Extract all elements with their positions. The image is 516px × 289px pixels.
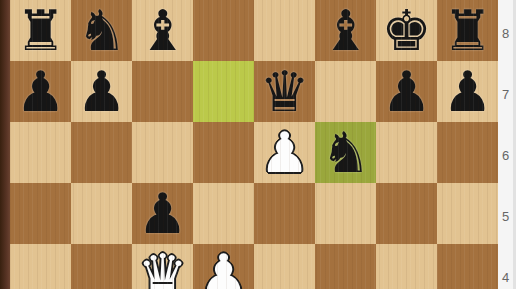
piece-black-knight[interactable]: ♞ bbox=[71, 0, 132, 61]
square-e8[interactable] bbox=[254, 0, 315, 61]
square-f5[interactable] bbox=[315, 183, 376, 244]
piece-black-pawn[interactable]: ♟ bbox=[10, 61, 71, 122]
square-d7[interactable] bbox=[193, 61, 254, 122]
square-b6[interactable] bbox=[71, 122, 132, 183]
square-b8[interactable]: ♞ bbox=[71, 0, 132, 61]
square-c4[interactable]: ♛ bbox=[132, 244, 193, 289]
square-g6[interactable] bbox=[376, 122, 437, 183]
square-d6[interactable] bbox=[193, 122, 254, 183]
square-h8[interactable]: ♜ bbox=[437, 0, 498, 61]
piece-white-pawn[interactable]: ♟ bbox=[254, 122, 315, 183]
square-b5[interactable] bbox=[71, 183, 132, 244]
square-a7[interactable]: ♟ bbox=[10, 61, 71, 122]
rank-label-6: 6 bbox=[498, 125, 513, 186]
piece-black-pawn[interactable]: ♟ bbox=[71, 61, 132, 122]
board-left-border bbox=[0, 0, 10, 289]
square-c5[interactable]: ♟ bbox=[132, 183, 193, 244]
square-c6[interactable] bbox=[132, 122, 193, 183]
square-h4[interactable] bbox=[437, 244, 498, 289]
square-f8[interactable]: ♝ bbox=[315, 0, 376, 61]
square-e5[interactable] bbox=[254, 183, 315, 244]
square-e4[interactable] bbox=[254, 244, 315, 289]
square-h7[interactable]: ♟ bbox=[437, 61, 498, 122]
square-a8[interactable]: ♜ bbox=[10, 0, 71, 61]
square-b4[interactable] bbox=[71, 244, 132, 289]
piece-black-queen[interactable]: ♛ bbox=[254, 61, 315, 122]
piece-black-pawn[interactable]: ♟ bbox=[376, 61, 437, 122]
square-g4[interactable] bbox=[376, 244, 437, 289]
square-g5[interactable] bbox=[376, 183, 437, 244]
square-d5[interactable] bbox=[193, 183, 254, 244]
piece-black-pawn[interactable]: ♟ bbox=[132, 183, 193, 244]
square-d8[interactable] bbox=[193, 0, 254, 61]
square-f4[interactable] bbox=[315, 244, 376, 289]
piece-black-rook[interactable]: ♜ bbox=[437, 0, 498, 61]
square-a4[interactable] bbox=[10, 244, 71, 289]
square-h5[interactable] bbox=[437, 183, 498, 244]
square-c8[interactable]: ♝ bbox=[132, 0, 193, 61]
piece-black-rook[interactable]: ♜ bbox=[10, 0, 71, 61]
square-f7[interactable] bbox=[315, 61, 376, 122]
piece-black-bishop[interactable]: ♝ bbox=[315, 0, 376, 61]
piece-white-pawn[interactable]: ♟ bbox=[193, 244, 254, 289]
square-a6[interactable] bbox=[10, 122, 71, 183]
square-e6[interactable]: ♟ bbox=[254, 122, 315, 183]
rank-coordinate-strip: 8 7 6 5 4 bbox=[498, 0, 516, 289]
square-h6[interactable] bbox=[437, 122, 498, 183]
piece-black-knight[interactable]: ♞ bbox=[315, 122, 376, 183]
rank-label-5: 5 bbox=[498, 186, 513, 247]
square-e7[interactable]: ♛ bbox=[254, 61, 315, 122]
piece-black-king[interactable]: ♚ bbox=[376, 0, 437, 61]
piece-white-queen[interactable]: ♛ bbox=[132, 244, 193, 289]
square-a5[interactable] bbox=[10, 183, 71, 244]
rank-label-8: 8 bbox=[498, 3, 513, 64]
piece-black-pawn[interactable]: ♟ bbox=[437, 61, 498, 122]
square-g7[interactable]: ♟ bbox=[376, 61, 437, 122]
chess-app-viewport: ♜♞♝♝♚♜♟♟♛♟♟♟♞♟♛♟ 8 7 6 5 4 bbox=[0, 0, 516, 289]
rank-label-7: 7 bbox=[498, 64, 513, 125]
square-g8[interactable]: ♚ bbox=[376, 0, 437, 61]
rank-label-4: 4 bbox=[498, 247, 513, 289]
chess-board[interactable]: ♜♞♝♝♚♜♟♟♛♟♟♟♞♟♛♟ bbox=[10, 0, 498, 289]
square-f6[interactable]: ♞ bbox=[315, 122, 376, 183]
square-b7[interactable]: ♟ bbox=[71, 61, 132, 122]
square-c7[interactable] bbox=[132, 61, 193, 122]
piece-black-bishop[interactable]: ♝ bbox=[132, 0, 193, 61]
square-d4[interactable]: ♟ bbox=[193, 244, 254, 289]
